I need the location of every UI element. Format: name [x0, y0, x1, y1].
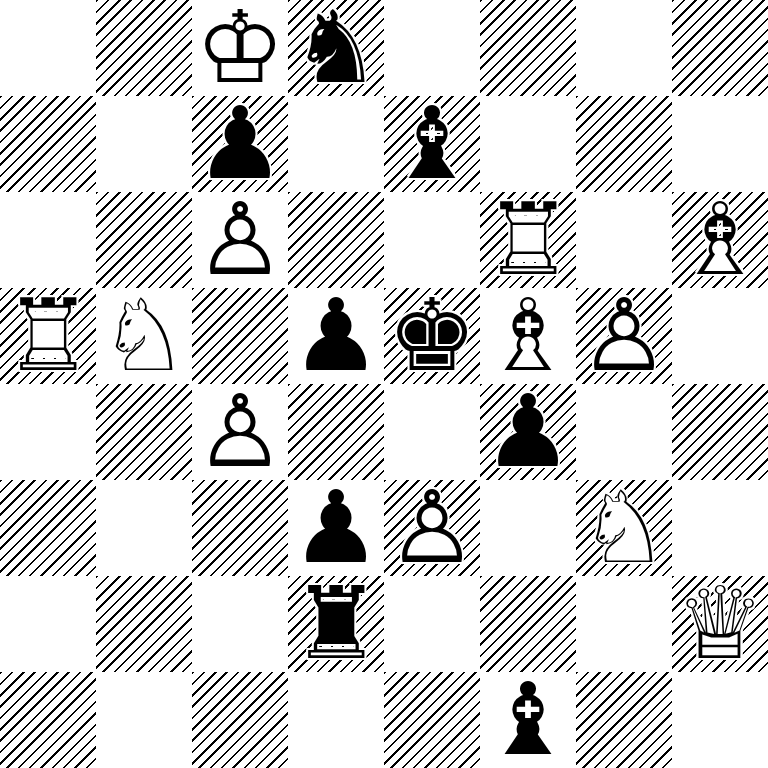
piece-white-knight[interactable]: ♞♘: [96, 288, 192, 384]
square-g2[interactable]: [576, 576, 672, 672]
piece-glyph: ♜: [288, 576, 384, 672]
square-d4[interactable]: [288, 384, 384, 480]
square-e8[interactable]: [384, 0, 480, 96]
square-d5[interactable]: ♟♟: [288, 288, 384, 384]
square-c7[interactable]: ♟♟: [192, 96, 288, 192]
square-a5[interactable]: ♜♖: [0, 288, 96, 384]
square-c1[interactable]: [192, 672, 288, 768]
piece-glyph: ♚: [384, 288, 480, 384]
square-h5[interactable]: [672, 288, 768, 384]
piece-glyph: ♟: [288, 288, 384, 384]
square-f4[interactable]: ♟♟: [480, 384, 576, 480]
square-d1[interactable]: [288, 672, 384, 768]
square-c4[interactable]: ♟♙: [192, 384, 288, 480]
piece-white-bishop[interactable]: ♝♗: [672, 192, 768, 288]
piece-glyph: ♙: [384, 480, 480, 576]
piece-glyph: ♕: [672, 576, 768, 672]
piece-glyph: ♙: [192, 384, 288, 480]
piece-glyph: ♗: [672, 192, 768, 288]
piece-glyph: ♖: [480, 192, 576, 288]
square-g1[interactable]: [576, 672, 672, 768]
piece-white-pawn[interactable]: ♟♙: [384, 480, 480, 576]
piece-black-king[interactable]: ♚♚: [384, 288, 480, 384]
piece-black-bishop[interactable]: ♝♝: [384, 96, 480, 192]
square-g7[interactable]: [576, 96, 672, 192]
piece-glyph: ♝: [384, 96, 480, 192]
piece-glyph: ♟: [288, 480, 384, 576]
piece-white-pawn[interactable]: ♟♙: [192, 192, 288, 288]
square-b4[interactable]: [96, 384, 192, 480]
piece-black-pawn[interactable]: ♟♟: [288, 480, 384, 576]
square-h1[interactable]: [672, 672, 768, 768]
square-a7[interactable]: [0, 96, 96, 192]
piece-black-pawn[interactable]: ♟♟: [480, 384, 576, 480]
square-f2[interactable]: [480, 576, 576, 672]
square-f3[interactable]: [480, 480, 576, 576]
chessboard: ♚♔♞♞♟♟♝♝♟♙♜♖♝♗♜♖♞♘♟♟♚♚♝♗♟♙♟♙♟♟♟♟♟♙♞♘♜♜♛♕…: [0, 0, 768, 768]
piece-white-rook[interactable]: ♜♖: [0, 288, 96, 384]
square-a3[interactable]: [0, 480, 96, 576]
square-e2[interactable]: [384, 576, 480, 672]
piece-white-rook[interactable]: ♜♖: [480, 192, 576, 288]
square-f1[interactable]: ♝♝: [480, 672, 576, 768]
square-d2[interactable]: ♜♜: [288, 576, 384, 672]
square-d3[interactable]: ♟♟: [288, 480, 384, 576]
square-b5[interactable]: ♞♘: [96, 288, 192, 384]
square-c3[interactable]: [192, 480, 288, 576]
square-d6[interactable]: [288, 192, 384, 288]
square-c2[interactable]: [192, 576, 288, 672]
square-g6[interactable]: [576, 192, 672, 288]
square-h6[interactable]: ♝♗: [672, 192, 768, 288]
square-a6[interactable]: [0, 192, 96, 288]
square-a8[interactable]: [0, 0, 96, 96]
square-h3[interactable]: [672, 480, 768, 576]
piece-glyph: ♔: [192, 0, 288, 96]
square-f8[interactable]: [480, 0, 576, 96]
piece-glyph: ♝: [480, 672, 576, 768]
square-b2[interactable]: [96, 576, 192, 672]
piece-white-knight[interactable]: ♞♘: [576, 480, 672, 576]
piece-glyph: ♟: [480, 384, 576, 480]
square-b6[interactable]: [96, 192, 192, 288]
square-b1[interactable]: [96, 672, 192, 768]
square-c8[interactable]: ♚♔: [192, 0, 288, 96]
square-f5[interactable]: ♝♗: [480, 288, 576, 384]
square-g5[interactable]: ♟♙: [576, 288, 672, 384]
square-g8[interactable]: [576, 0, 672, 96]
square-d8[interactable]: ♞♞: [288, 0, 384, 96]
piece-glyph: ♖: [0, 288, 96, 384]
square-e3[interactable]: ♟♙: [384, 480, 480, 576]
piece-white-queen[interactable]: ♛♕: [672, 576, 768, 672]
square-g3[interactable]: ♞♘: [576, 480, 672, 576]
square-b7[interactable]: [96, 96, 192, 192]
square-e5[interactable]: ♚♚: [384, 288, 480, 384]
square-f6[interactable]: ♜♖: [480, 192, 576, 288]
piece-glyph: ♘: [96, 288, 192, 384]
square-e1[interactable]: [384, 672, 480, 768]
square-e7[interactable]: ♝♝: [384, 96, 480, 192]
square-h8[interactable]: [672, 0, 768, 96]
piece-white-king[interactable]: ♚♔: [192, 0, 288, 96]
square-a1[interactable]: [0, 672, 96, 768]
square-h7[interactable]: [672, 96, 768, 192]
square-g4[interactable]: [576, 384, 672, 480]
square-d7[interactable]: [288, 96, 384, 192]
square-c5[interactable]: [192, 288, 288, 384]
piece-black-rook[interactable]: ♜♜: [288, 576, 384, 672]
square-b8[interactable]: [96, 0, 192, 96]
piece-glyph: ♘: [576, 480, 672, 576]
piece-glyph: ♟: [192, 96, 288, 192]
square-h4[interactable]: [672, 384, 768, 480]
piece-white-bishop[interactable]: ♝♗: [480, 288, 576, 384]
square-c6[interactable]: ♟♙: [192, 192, 288, 288]
piece-black-pawn[interactable]: ♟♟: [192, 96, 288, 192]
piece-glyph: ♙: [192, 192, 288, 288]
piece-black-bishop[interactable]: ♝♝: [480, 672, 576, 768]
piece-glyph: ♞: [288, 0, 384, 96]
square-f7[interactable]: [480, 96, 576, 192]
square-e4[interactable]: [384, 384, 480, 480]
piece-white-pawn[interactable]: ♟♙: [192, 384, 288, 480]
piece-black-pawn[interactable]: ♟♟: [288, 288, 384, 384]
piece-black-knight[interactable]: ♞♞: [288, 0, 384, 96]
square-a4[interactable]: [0, 384, 96, 480]
piece-glyph: ♗: [480, 288, 576, 384]
square-h2[interactable]: ♛♕: [672, 576, 768, 672]
piece-white-pawn[interactable]: ♟♙: [576, 288, 672, 384]
square-e6[interactable]: [384, 192, 480, 288]
square-b3[interactable]: [96, 480, 192, 576]
piece-glyph: ♙: [576, 288, 672, 384]
square-a2[interactable]: [0, 576, 96, 672]
